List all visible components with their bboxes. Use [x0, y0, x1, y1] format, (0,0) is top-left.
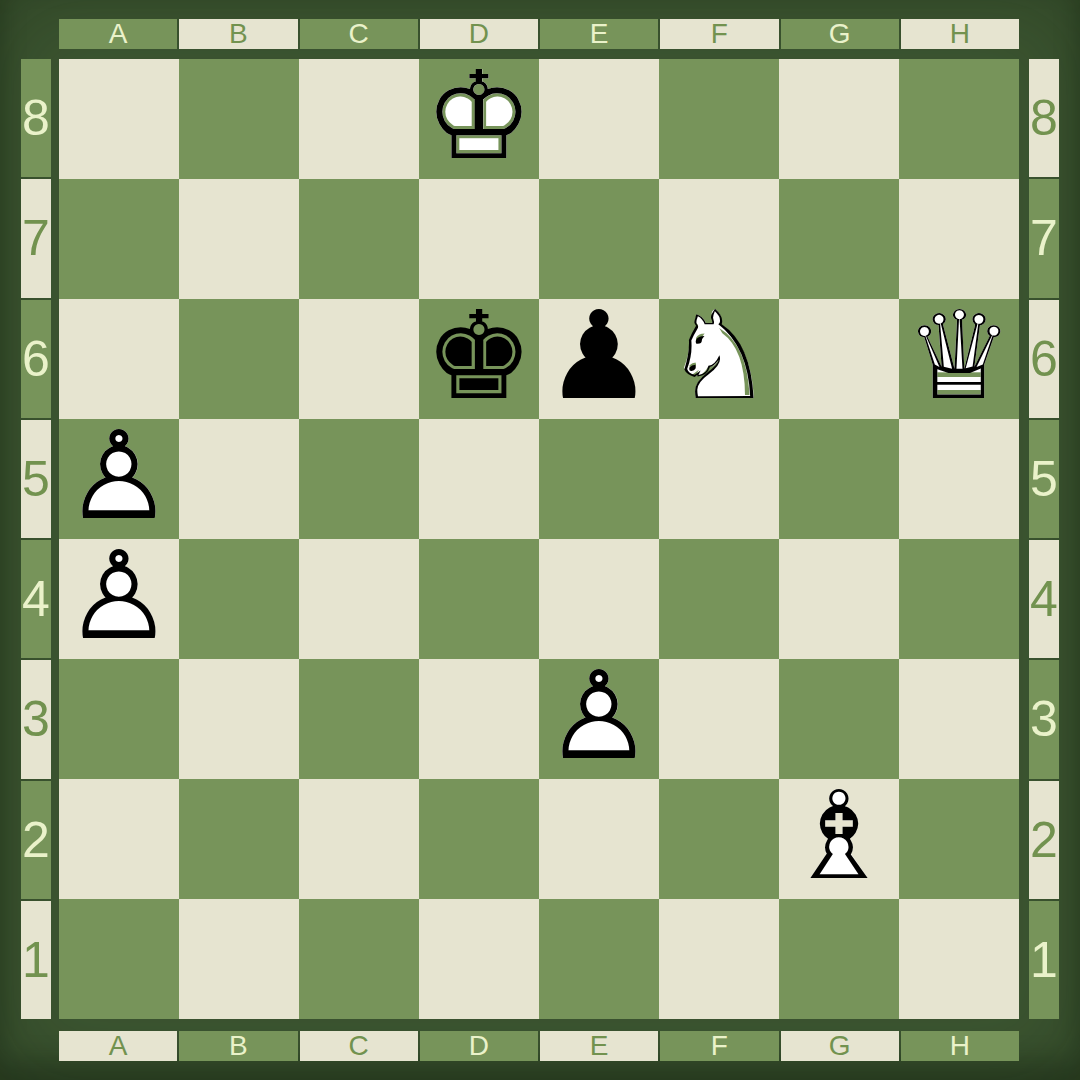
square-e3[interactable]: ♟♙ [539, 659, 659, 779]
rank-label-right-1: 1 [1029, 901, 1059, 1019]
board-squares: ♚♔♚♟♞♘♛♕♟♙♟♙♟♙♝♗ [59, 59, 1019, 1019]
square-c6[interactable] [299, 299, 419, 419]
file-label-bottom-c: C [300, 1031, 418, 1061]
square-g2[interactable]: ♝♗ [779, 779, 899, 899]
square-h8[interactable] [899, 59, 1019, 179]
square-a1[interactable] [59, 899, 179, 1019]
square-g7[interactable] [779, 179, 899, 299]
square-b3[interactable] [179, 659, 299, 779]
square-e6[interactable]: ♟ [539, 299, 659, 419]
rank-label-left-1: 1 [21, 901, 51, 1019]
square-a8[interactable] [59, 59, 179, 179]
rank-label-left-7: 7 [21, 179, 51, 297]
piece-outline-layer: ♙ [59, 416, 179, 536]
file-label-top-b: B [179, 19, 297, 49]
piece-outline-layer: ♔ [419, 56, 539, 176]
rank-label-left-4: 4 [21, 540, 51, 658]
square-h7[interactable] [899, 179, 1019, 299]
rank-label-right-4: 4 [1029, 540, 1059, 658]
rank-label-right-2: 2 [1029, 781, 1059, 899]
square-b6[interactable] [179, 299, 299, 419]
square-d8[interactable]: ♚♔ [419, 59, 539, 179]
square-e5[interactable] [539, 419, 659, 539]
square-e1[interactable] [539, 899, 659, 1019]
file-label-top-c: C [300, 19, 418, 49]
square-d2[interactable] [419, 779, 539, 899]
file-label-bottom-g: G [781, 1031, 899, 1061]
file-label-bottom-f: F [660, 1031, 778, 1061]
square-b8[interactable] [179, 59, 299, 179]
square-h1[interactable] [899, 899, 1019, 1019]
file-label-bottom-b: B [179, 1031, 297, 1061]
rank-label-right-5: 5 [1029, 420, 1059, 538]
square-f1[interactable] [659, 899, 779, 1019]
square-a4[interactable]: ♟♙ [59, 539, 179, 659]
square-h6[interactable]: ♛♕ [899, 299, 1019, 419]
square-f3[interactable] [659, 659, 779, 779]
square-d5[interactable] [419, 419, 539, 539]
piece-outline-layer: ♙ [539, 656, 659, 776]
piece-fill-layer: ♟ [539, 296, 659, 416]
rank-label-right-6: 6 [1029, 300, 1059, 418]
piece-outline-layer: ♘ [659, 296, 779, 416]
square-b5[interactable] [179, 419, 299, 539]
piece-white-bishop-g2[interactable]: ♝♗ [779, 779, 899, 899]
square-e8[interactable] [539, 59, 659, 179]
square-e2[interactable] [539, 779, 659, 899]
rank-label-right-7: 7 [1029, 179, 1059, 297]
rank-labels-right: 87654321 [1029, 59, 1059, 1019]
square-g8[interactable] [779, 59, 899, 179]
file-label-top-a: A [59, 19, 177, 49]
piece-white-queen-h6[interactable]: ♛♕ [899, 299, 1019, 419]
square-c4[interactable] [299, 539, 419, 659]
piece-black-king-d6[interactable]: ♚ [419, 299, 539, 419]
file-label-bottom-h: H [901, 1031, 1019, 1061]
piece-white-pawn-a4[interactable]: ♟♙ [59, 539, 179, 659]
rank-labels-left: 87654321 [21, 59, 51, 1019]
square-h5[interactable] [899, 419, 1019, 539]
piece-outline-layer: ♙ [59, 536, 179, 656]
file-labels-top: ABCDEFGH [59, 19, 1019, 49]
square-d1[interactable] [419, 899, 539, 1019]
rank-label-left-6: 6 [21, 300, 51, 418]
file-label-top-h: H [901, 19, 1019, 49]
rank-label-left-2: 2 [21, 781, 51, 899]
square-d4[interactable] [419, 539, 539, 659]
square-c3[interactable] [299, 659, 419, 779]
file-label-bottom-d: D [420, 1031, 538, 1061]
square-c7[interactable] [299, 179, 419, 299]
piece-white-king-d8[interactable]: ♚♔ [419, 59, 539, 179]
square-f2[interactable] [659, 779, 779, 899]
square-f7[interactable] [659, 179, 779, 299]
square-b1[interactable] [179, 899, 299, 1019]
square-e7[interactable] [539, 179, 659, 299]
square-c1[interactable] [299, 899, 419, 1019]
piece-outline-layer: ♕ [899, 296, 1019, 416]
square-a6[interactable] [59, 299, 179, 419]
square-g1[interactable] [779, 899, 899, 1019]
square-f4[interactable] [659, 539, 779, 659]
piece-white-pawn-a5[interactable]: ♟♙ [59, 419, 179, 539]
file-label-top-g: G [781, 19, 899, 49]
square-g4[interactable] [779, 539, 899, 659]
piece-white-knight-f6[interactable]: ♞♘ [659, 299, 779, 419]
square-g6[interactable] [779, 299, 899, 419]
file-label-top-f: F [660, 19, 778, 49]
piece-fill-layer: ♚ [419, 296, 539, 416]
square-f5[interactable] [659, 419, 779, 539]
piece-black-pawn-e6[interactable]: ♟ [539, 299, 659, 419]
square-c2[interactable] [299, 779, 419, 899]
rank-label-right-3: 3 [1029, 660, 1059, 778]
square-f6[interactable]: ♞♘ [659, 299, 779, 419]
square-g3[interactable] [779, 659, 899, 779]
square-a7[interactable] [59, 179, 179, 299]
file-labels-bottom: ABCDEFGH [59, 1031, 1019, 1061]
square-b2[interactable] [179, 779, 299, 899]
square-b7[interactable] [179, 179, 299, 299]
file-label-bottom-e: E [540, 1031, 658, 1061]
piece-outline-layer: ♗ [779, 776, 899, 896]
file-label-bottom-a: A [59, 1031, 177, 1061]
square-f8[interactable] [659, 59, 779, 179]
file-label-top-e: E [540, 19, 658, 49]
square-a3[interactable] [59, 659, 179, 779]
square-d3[interactable] [419, 659, 539, 779]
square-h4[interactable] [899, 539, 1019, 659]
square-e4[interactable] [539, 539, 659, 659]
square-h3[interactable] [899, 659, 1019, 779]
square-d6[interactable]: ♚ [419, 299, 539, 419]
rank-label-left-5: 5 [21, 420, 51, 538]
square-a2[interactable] [59, 779, 179, 899]
square-h2[interactable] [899, 779, 1019, 899]
rank-label-left-8: 8 [21, 59, 51, 177]
square-c8[interactable] [299, 59, 419, 179]
square-a5[interactable]: ♟♙ [59, 419, 179, 539]
square-d7[interactable] [419, 179, 539, 299]
rank-label-right-8: 8 [1029, 59, 1059, 177]
rank-label-left-3: 3 [21, 660, 51, 778]
piece-white-pawn-e3[interactable]: ♟♙ [539, 659, 659, 779]
square-g5[interactable] [779, 419, 899, 539]
chess-board-panel: ABCDEFGH 87654321 ♚♔♚♟♞♘♛♕♟♙♟♙♟♙♝♗ 87654… [0, 0, 1080, 1080]
square-b4[interactable] [179, 539, 299, 659]
square-c5[interactable] [299, 419, 419, 539]
